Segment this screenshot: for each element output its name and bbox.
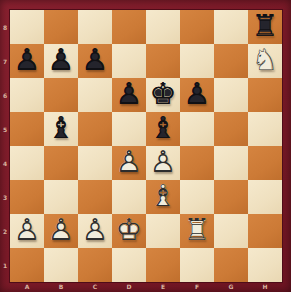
file-label-h: H [248, 281, 282, 292]
square-f1[interactable] [180, 248, 214, 282]
square-a4[interactable] [10, 146, 44, 180]
black-rook-icon: ♜ [248, 9, 282, 43]
rank-label-2: 2 [0, 214, 10, 248]
white-pawn-icon: ♟ [146, 145, 180, 179]
white-pawn-outline-icon: ♙ [146, 145, 180, 179]
white-bishop-icon: ♝ [146, 179, 180, 213]
square-a1[interactable] [10, 248, 44, 282]
square-d2[interactable]: ♚♔ [112, 214, 146, 248]
piece-white-pawn[interactable]: ♟♙ [146, 146, 180, 180]
square-e5[interactable]: ♝♗ [146, 112, 180, 146]
square-h7[interactable]: ♞♘ [248, 44, 282, 78]
rank-label-5: 5 [0, 112, 10, 146]
square-g8[interactable] [214, 10, 248, 44]
white-knight-icon: ♞ [248, 43, 282, 77]
square-a6[interactable] [10, 78, 44, 112]
square-a8[interactable] [10, 10, 44, 44]
square-h4[interactable] [248, 146, 282, 180]
file-label-a: A [10, 281, 44, 292]
square-c6[interactable] [78, 78, 112, 112]
black-pawn-outline-icon: ♙ [112, 77, 146, 111]
piece-black-pawn[interactable]: ♟♙ [180, 78, 214, 112]
black-king-icon: ♚ [146, 77, 180, 111]
file-label-d: D [112, 281, 146, 292]
square-h6[interactable] [248, 78, 282, 112]
square-b6[interactable] [44, 78, 78, 112]
square-e4[interactable]: ♟♙ [146, 146, 180, 180]
square-d7[interactable] [112, 44, 146, 78]
white-king-icon: ♚ [112, 213, 146, 247]
square-b1[interactable] [44, 248, 78, 282]
square-h8[interactable]: ♜♖ [248, 10, 282, 44]
square-a3[interactable] [10, 180, 44, 214]
square-b7[interactable]: ♟♙ [44, 44, 78, 78]
square-f3[interactable] [180, 180, 214, 214]
piece-black-bishop[interactable]: ♝♗ [146, 112, 180, 146]
piece-white-pawn[interactable]: ♟♙ [44, 214, 78, 248]
piece-black-pawn[interactable]: ♟♙ [44, 44, 78, 78]
black-pawn-icon: ♟ [180, 77, 214, 111]
black-pawn-icon: ♟ [78, 43, 112, 77]
piece-white-pawn[interactable]: ♟♙ [112, 146, 146, 180]
square-g6[interactable] [214, 78, 248, 112]
square-d3[interactable] [112, 180, 146, 214]
white-bishop-outline-icon: ♗ [146, 179, 180, 213]
square-a5[interactable] [10, 112, 44, 146]
square-e6[interactable]: ♚♔ [146, 78, 180, 112]
black-pawn-icon: ♟ [44, 43, 78, 77]
square-c1[interactable] [78, 248, 112, 282]
square-e8[interactable] [146, 10, 180, 44]
black-pawn-outline-icon: ♙ [10, 43, 44, 77]
piece-white-pawn[interactable]: ♟♙ [78, 214, 112, 248]
square-f7[interactable] [180, 44, 214, 78]
file-label-b: B [44, 281, 78, 292]
square-h5[interactable] [248, 112, 282, 146]
piece-black-rook[interactable]: ♜♖ [248, 10, 282, 44]
piece-black-pawn[interactable]: ♟♙ [10, 44, 44, 78]
white-pawn-outline-icon: ♙ [44, 213, 78, 247]
chess-board: ♜♖♟♙♟♙♟♙♞♘♟♙♚♔♟♙♝♗♝♗♟♙♟♙♝♗♟♙♟♙♟♙♚♔♜♖ [10, 10, 282, 282]
white-pawn-outline-icon: ♙ [112, 145, 146, 179]
black-bishop-icon: ♝ [44, 111, 78, 145]
white-pawn-icon: ♟ [112, 145, 146, 179]
black-pawn-outline-icon: ♙ [180, 77, 214, 111]
piece-white-bishop[interactable]: ♝♗ [146, 180, 180, 214]
white-knight-outline-icon: ♘ [248, 43, 282, 77]
piece-white-pawn[interactable]: ♟♙ [10, 214, 44, 248]
rank-label-7: 7 [0, 44, 10, 78]
piece-black-pawn[interactable]: ♟♙ [112, 78, 146, 112]
square-f4[interactable] [180, 146, 214, 180]
white-pawn-icon: ♟ [44, 213, 78, 247]
square-d8[interactable] [112, 10, 146, 44]
piece-white-rook[interactable]: ♜♖ [180, 214, 214, 248]
white-pawn-icon: ♟ [10, 213, 44, 247]
square-f6[interactable]: ♟♙ [180, 78, 214, 112]
square-c2[interactable]: ♟♙ [78, 214, 112, 248]
square-g3[interactable] [214, 180, 248, 214]
square-e7[interactable] [146, 44, 180, 78]
square-b3[interactable] [44, 180, 78, 214]
black-bishop-outline-icon: ♗ [146, 111, 180, 145]
rank-label-3: 3 [0, 180, 10, 214]
square-g2[interactable] [214, 214, 248, 248]
file-label-c: C [78, 281, 112, 292]
square-c3[interactable] [78, 180, 112, 214]
piece-black-king[interactable]: ♚♔ [146, 78, 180, 112]
file-label-e: E [146, 281, 180, 292]
rank-label-6: 6 [0, 78, 10, 112]
white-pawn-outline-icon: ♙ [78, 213, 112, 247]
black-pawn-outline-icon: ♙ [44, 43, 78, 77]
square-d5[interactable] [112, 112, 146, 146]
black-bishop-outline-icon: ♗ [44, 111, 78, 145]
file-label-g: G [214, 281, 248, 292]
square-g5[interactable] [214, 112, 248, 146]
piece-black-pawn[interactable]: ♟♙ [78, 44, 112, 78]
file-label-f: F [180, 281, 214, 292]
square-e3[interactable]: ♝♗ [146, 180, 180, 214]
square-b8[interactable] [44, 10, 78, 44]
piece-white-king[interactable]: ♚♔ [112, 214, 146, 248]
white-rook-outline-icon: ♖ [180, 213, 214, 247]
white-pawn-icon: ♟ [78, 213, 112, 247]
piece-black-bishop[interactable]: ♝♗ [44, 112, 78, 146]
square-e2[interactable] [146, 214, 180, 248]
square-g4[interactable] [214, 146, 248, 180]
square-h2[interactable] [248, 214, 282, 248]
rank-label-4: 4 [0, 146, 10, 180]
square-b4[interactable] [44, 146, 78, 180]
rank-label-1: 1 [0, 248, 10, 282]
black-pawn-icon: ♟ [10, 43, 44, 77]
square-h3[interactable] [248, 180, 282, 214]
square-f8[interactable] [180, 10, 214, 44]
rank-label-8: 8 [0, 10, 10, 44]
black-rook-outline-icon: ♖ [248, 9, 282, 43]
square-c7[interactable]: ♟♙ [78, 44, 112, 78]
square-e1[interactable] [146, 248, 180, 282]
square-a7[interactable]: ♟♙ [10, 44, 44, 78]
square-h1[interactable] [248, 248, 282, 282]
black-pawn-icon: ♟ [112, 77, 146, 111]
square-g7[interactable] [214, 44, 248, 78]
square-c4[interactable] [78, 146, 112, 180]
square-d4[interactable]: ♟♙ [112, 146, 146, 180]
square-f2[interactable]: ♜♖ [180, 214, 214, 248]
square-c8[interactable] [78, 10, 112, 44]
square-d6[interactable]: ♟♙ [112, 78, 146, 112]
black-bishop-icon: ♝ [146, 111, 180, 145]
white-pawn-outline-icon: ♙ [10, 213, 44, 247]
square-b5[interactable]: ♝♗ [44, 112, 78, 146]
white-king-outline-icon: ♔ [112, 213, 146, 247]
piece-white-knight[interactable]: ♞♘ [248, 44, 282, 78]
chess-board-frame: ♜♖♟♙♟♙♟♙♞♘♟♙♚♔♟♙♝♗♝♗♟♙♟♙♝♗♟♙♟♙♟♙♚♔♜♖ 876… [0, 0, 291, 292]
square-b2[interactable]: ♟♙ [44, 214, 78, 248]
square-d1[interactable] [112, 248, 146, 282]
square-g1[interactable] [214, 248, 248, 282]
white-rook-icon: ♜ [180, 213, 214, 247]
black-pawn-outline-icon: ♙ [78, 43, 112, 77]
square-c5[interactable] [78, 112, 112, 146]
square-f5[interactable] [180, 112, 214, 146]
black-king-outline-icon: ♔ [146, 77, 180, 111]
square-a2[interactable]: ♟♙ [10, 214, 44, 248]
